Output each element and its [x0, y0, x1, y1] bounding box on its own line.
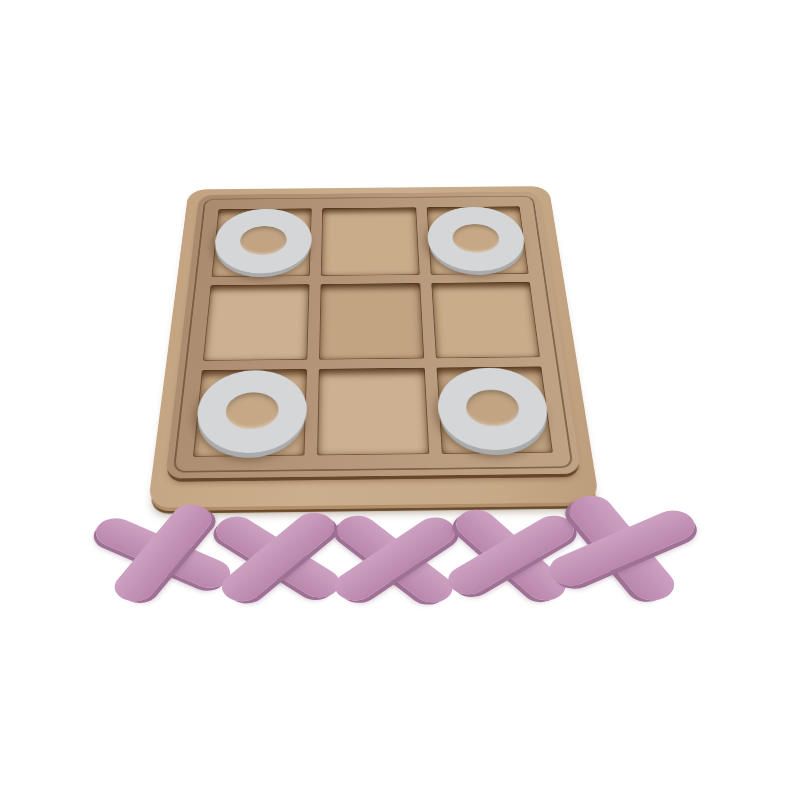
board-cell-r1c1[interactable]: [319, 283, 424, 360]
board-cell-r2c1[interactable]: [317, 368, 429, 455]
o-piece[interactable]: [436, 367, 553, 450]
o-piece[interactable]: [212, 209, 313, 274]
board-cell-r1c2[interactable]: [431, 282, 540, 359]
board-scene: [148, 186, 600, 508]
board-cell-r1c0[interactable]: [203, 284, 310, 361]
board-cell-r0c1[interactable]: [321, 207, 419, 275]
board-plate: [165, 192, 581, 479]
product-photo: [0, 0, 800, 804]
board-cell-r2c0[interactable]: [193, 369, 307, 457]
o-piece[interactable]: [426, 207, 528, 272]
board-cell-r0c0[interactable]: [212, 208, 312, 276]
board-grid: [193, 206, 553, 456]
board-cell-r0c2[interactable]: [426, 206, 528, 274]
board-cell-r2c2[interactable]: [436, 367, 553, 454]
o-piece[interactable]: [193, 370, 308, 454]
